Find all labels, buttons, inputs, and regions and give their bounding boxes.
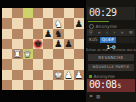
square-f3[interactable] [53,59,63,69]
square-h2[interactable]: ♟ [74,70,84,80]
square-d5[interactable]: ♚ [33,39,43,49]
black-pawn[interactable]: ♟ [53,39,63,49]
black-pawn[interactable]: ♟ [74,18,84,28]
bottom-player-clock: 00:08 5 [87,79,135,92]
square-h6[interactable] [74,29,84,39]
square-g2[interactable]: ♟ [64,70,74,80]
bottom-clock-tenths: 5 [118,82,122,89]
square-h3[interactable] [74,59,84,69]
square-a6[interactable] [2,29,12,39]
bottom-player-name: Anonyme [94,74,115,79]
square-c2[interactable] [23,70,33,80]
side-panel: 00:29 Anonyme ⚲«‹›»≡ Kd5Qc4# 1-0 Échec e… [86,0,136,102]
square-b1[interactable] [12,80,22,90]
square-h1[interactable] [74,80,84,90]
rematch-button[interactable]: REVANCHE [88,54,134,61]
black-pawn[interactable]: ♟ [43,29,53,39]
white-king[interactable]: ♚ [53,70,63,80]
square-f7[interactable]: ♞ [53,18,63,28]
white-pawn[interactable]: ♟ [74,70,84,80]
square-a2[interactable] [2,70,12,80]
square-e4[interactable] [43,49,53,59]
square-b7[interactable] [12,18,22,28]
square-c1[interactable] [23,80,33,90]
square-c8[interactable] [23,8,33,18]
square-e1[interactable] [43,80,53,90]
square-b4[interactable]: ♜ [12,49,22,59]
top-player-time-bar [88,21,109,23]
square-g3[interactable] [64,59,74,69]
online-status-icon [89,75,92,78]
bottom-player-name-row: Anonyme [89,74,115,79]
square-d1[interactable] [33,80,43,90]
white-pawn[interactable]: ♟ [64,70,74,80]
square-b2[interactable] [12,70,22,80]
square-f2[interactable]: ♚ [53,70,63,80]
flag-icon[interactable]: ⚑ [89,95,93,100]
square-a8[interactable] [2,8,12,18]
square-b5[interactable] [12,39,22,49]
first-move-icon[interactable]: « [98,30,101,35]
bottom-clock-time: 00:08 [89,79,117,90]
square-a3[interactable] [2,59,12,69]
square-f8[interactable] [53,8,63,18]
square-f5[interactable]: ♟ [53,39,63,49]
square-g4[interactable] [64,49,74,59]
game-page: ♞♟♟♞♚♟♟♜♛♚♟♟ 00:29 Anonyme ⚲«‹›»≡ Kd5Qc4… [0,0,136,102]
current-move[interactable]: Qc4# [100,37,117,43]
white-queen[interactable]: ♛ [23,49,33,59]
square-c7[interactable] [23,18,33,28]
square-h5[interactable] [74,39,84,49]
move-list[interactable]: Kd5Qc4# [87,37,135,43]
square-g8[interactable] [64,8,74,18]
square-e5[interactable] [43,39,53,49]
next-move-icon[interactable]: › [113,30,115,35]
square-c3[interactable] [23,59,33,69]
square-c6[interactable] [23,29,33,39]
square-b3[interactable] [12,59,22,69]
move-navigation-toolbar: ⚲«‹›»≡ [87,29,135,36]
top-player-clock: 00:29 [87,7,135,20]
square-e8[interactable] [43,8,53,18]
black-pawn[interactable]: ♟ [64,39,74,49]
analysis-icon[interactable]: ⚲ [89,30,93,35]
bottom-icons-row: ⚑ ▦ [89,95,100,100]
game-status-text: Échec et mat • Victoire des blancs [86,48,136,52]
square-g1[interactable] [64,80,74,90]
square-d2[interactable] [33,70,43,80]
square-b6[interactable] [12,29,22,39]
square-f1[interactable] [53,80,63,90]
black-king[interactable]: ♚ [33,39,43,49]
chess-board[interactable]: ♞♟♟♞♚♟♟♜♛♚♟♟ [2,8,84,90]
square-a4[interactable] [2,49,12,59]
white-knight[interactable]: ♞ [53,18,63,28]
square-c4[interactable]: ♛ [23,49,33,59]
white-rook[interactable]: ♜ [12,49,22,59]
board-icon[interactable]: ▦ [96,95,100,100]
square-d6[interactable] [33,29,43,39]
square-h8[interactable] [74,8,84,18]
square-h7[interactable]: ♟ [74,18,84,28]
square-f4[interactable] [53,49,63,59]
square-d4[interactable] [33,49,43,59]
square-e6[interactable]: ♟ [43,29,53,39]
square-e3[interactable] [43,59,53,69]
square-b8[interactable] [12,8,22,18]
square-d3[interactable] [33,59,43,69]
menu-icon[interactable]: ≡ [129,30,133,35]
square-c5[interactable] [23,39,33,49]
square-h4[interactable] [74,49,84,59]
square-f6[interactable]: ♞ [53,29,63,39]
black-knight[interactable]: ♞ [53,29,63,39]
move[interactable]: Kd5 [87,37,100,43]
prev-move-icon[interactable]: ‹ [106,30,108,35]
last-move-icon[interactable]: » [120,30,123,35]
top-clock-time: 00:29 [89,7,117,18]
square-a5[interactable] [2,39,12,49]
square-a7[interactable] [2,18,12,28]
square-a1[interactable] [2,80,12,90]
square-e2[interactable] [43,70,53,80]
square-g6[interactable] [64,29,74,39]
square-g7[interactable] [64,18,74,28]
new-game-button[interactable]: NOUVELLE PARTIE [88,64,134,71]
square-g5[interactable]: ♟ [64,39,74,49]
square-d7[interactable] [33,18,43,28]
square-d8[interactable] [33,8,43,18]
square-e7[interactable] [43,18,53,28]
